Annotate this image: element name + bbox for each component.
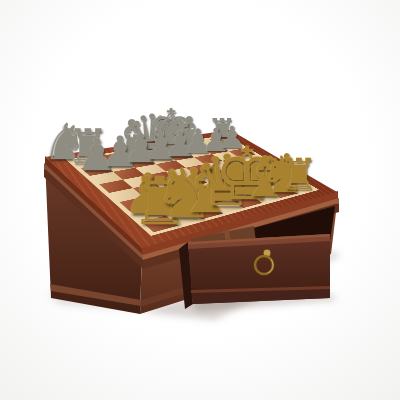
chess-set-scene: ♜♞♝♛♚♝♞♜♟♟♟♟♟♟♟♟♟♟♟♟♟♟♟♟♜♞♝♛♚♝♞♜ bbox=[0, 0, 400, 400]
piece-white-rook-h1[interactable]: ♜ bbox=[280, 152, 319, 195]
pieces-layer: ♜♞♝♛♚♝♞♜♟♟♟♟♟♟♟♟♟♟♟♟♟♟♟♟♜♞♝♛♚♝♞♜ bbox=[0, 0, 400, 400]
